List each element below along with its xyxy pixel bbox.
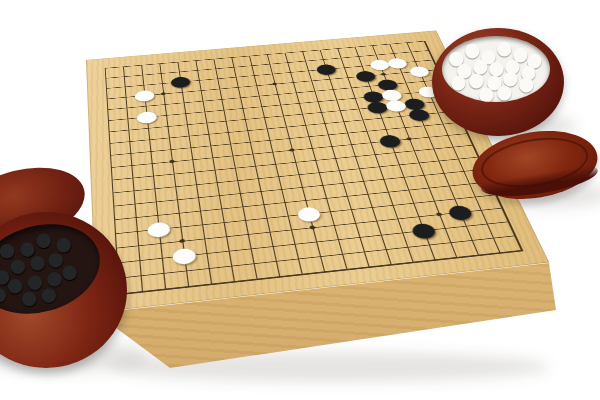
stone-white-C14[interactable]: ● — [132, 108, 161, 126]
stone-white-K5[interactable]: ● — [292, 202, 327, 224]
black-heap-stone: ● — [28, 254, 47, 268]
white-bowl-opening: ●●●●●●●●●●●●●●●●●● — [442, 36, 550, 102]
stone-black-E17[interactable]: ● — [166, 73, 194, 89]
black-heap-stone: ● — [60, 264, 79, 278]
stone-black-P10[interactable]: ● — [373, 131, 406, 150]
black-heap-stone: ● — [8, 258, 27, 272]
stone-white-D3[interactable]: ● — [167, 243, 201, 267]
white-heap-stone: ● — [478, 88, 495, 98]
white-heap-stone: ● — [464, 44, 481, 54]
black-heap-stone: ● — [39, 286, 58, 300]
stone-white-C5[interactable]: ● — [142, 217, 175, 240]
white-heap-stone: ● — [518, 78, 535, 88]
black-heap-stone: ● — [34, 232, 53, 246]
black-bowl-opening: ●●●●●●●●●●●●●●●● — [0, 211, 110, 328]
stone-black-N17[interactable]: ● — [311, 61, 341, 77]
white-heap-stone: ● — [496, 86, 513, 96]
white-stone-bowl[interactable]: ●●●●●●●●●●●●●●●●●● — [432, 28, 564, 136]
white-heap-stone: ● — [496, 42, 513, 52]
stone-white-Q13[interactable]: ● — [380, 96, 412, 113]
black-heap-stone: ● — [19, 290, 38, 304]
white-heap-stone: ● — [450, 76, 467, 86]
stone-white-C16[interactable]: ● — [131, 87, 159, 104]
go-scene: ●●●●●●●●●●●●●●●●●●●●●● ●●●●●●●●●●●●●●●● … — [0, 0, 600, 400]
